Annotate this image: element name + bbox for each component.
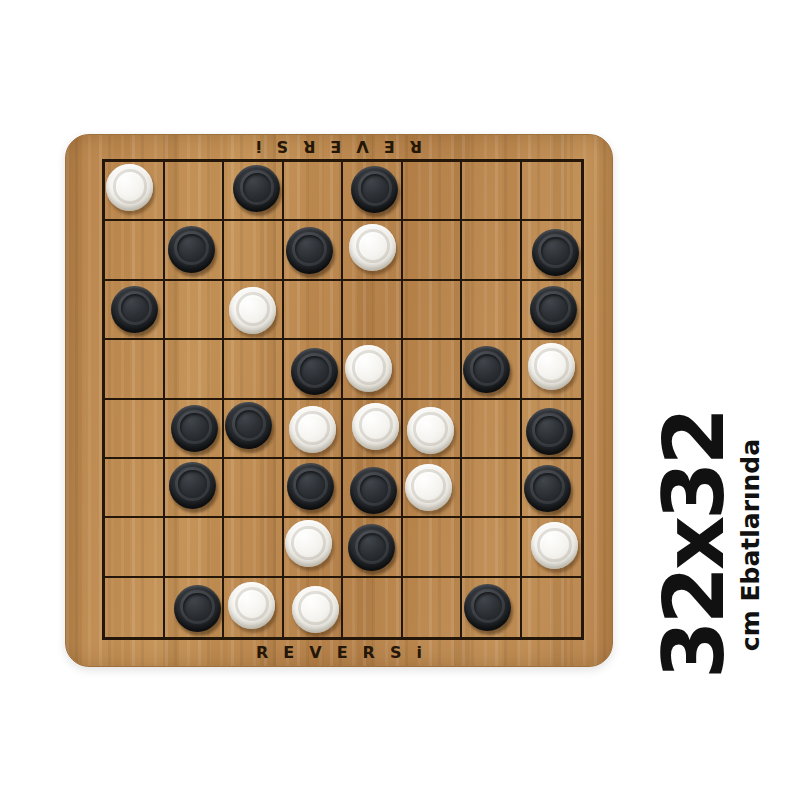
white-piece[interactable]	[285, 520, 332, 567]
board-cell-h8[interactable]	[522, 162, 582, 221]
board-cell-b8[interactable]	[165, 162, 225, 221]
board-cell-f5[interactable]	[403, 340, 463, 399]
board-cell-g4[interactable]	[462, 400, 522, 459]
board-cell-h5[interactable]	[522, 340, 582, 399]
white-piece[interactable]	[292, 586, 339, 633]
board-cell-g6[interactable]	[462, 281, 522, 340]
board-cell-g1[interactable]	[462, 578, 522, 637]
board-cell-d8[interactable]	[284, 162, 344, 221]
size-sublabel: cm Ebatlarında	[736, 439, 765, 651]
board-cell-c7[interactable]	[224, 221, 284, 280]
board-cell-e1[interactable]	[343, 578, 403, 637]
white-piece[interactable]	[407, 407, 454, 454]
board-cell-e5[interactable]	[343, 340, 403, 399]
board-cell-g8[interactable]	[462, 162, 522, 221]
board-cell-d3[interactable]	[284, 459, 344, 518]
size-label: 32x32	[655, 411, 735, 679]
board-cell-b6[interactable]	[165, 281, 225, 340]
board-cell-c1[interactable]	[224, 578, 284, 637]
white-piece[interactable]	[531, 522, 578, 569]
board-cell-c5[interactable]	[224, 340, 284, 399]
black-piece[interactable]	[287, 463, 334, 510]
board-cell-b3[interactable]	[165, 459, 225, 518]
board-cell-f6[interactable]	[403, 281, 463, 340]
board-cell-d4[interactable]	[284, 400, 344, 459]
board-cell-c4[interactable]	[224, 400, 284, 459]
board-cell-e3[interactable]	[343, 459, 403, 518]
white-piece[interactable]	[229, 287, 276, 334]
black-piece[interactable]	[463, 346, 510, 393]
board-cell-b4[interactable]	[165, 400, 225, 459]
board-grid	[102, 159, 584, 640]
black-piece[interactable]	[464, 584, 511, 631]
board-cell-a6[interactable]	[105, 281, 165, 340]
board-cell-a5[interactable]	[105, 340, 165, 399]
board-cell-c3[interactable]	[224, 459, 284, 518]
board-cell-e7[interactable]	[343, 221, 403, 280]
product-photo: REVERSi REVERSi 32x32 cm Ebatlarında	[0, 0, 800, 800]
black-piece[interactable]	[348, 524, 395, 571]
board-cell-b5[interactable]	[165, 340, 225, 399]
board-cell-e6[interactable]	[343, 281, 403, 340]
black-piece[interactable]	[351, 166, 398, 213]
black-piece[interactable]	[530, 286, 577, 333]
black-piece[interactable]	[286, 227, 333, 274]
white-piece[interactable]	[228, 582, 275, 629]
board-cell-f7[interactable]	[403, 221, 463, 280]
black-piece[interactable]	[233, 165, 280, 212]
white-piece[interactable]	[106, 164, 153, 211]
board-cell-b7[interactable]	[165, 221, 225, 280]
board-cell-a7[interactable]	[105, 221, 165, 280]
board-title-top: REVERSi	[66, 137, 612, 156]
white-piece[interactable]	[349, 224, 396, 271]
board-cell-a2[interactable]	[105, 518, 165, 577]
black-piece[interactable]	[169, 462, 216, 509]
board-cell-g7[interactable]	[462, 221, 522, 280]
board-cell-d5[interactable]	[284, 340, 344, 399]
black-piece[interactable]	[171, 405, 218, 452]
board-cell-a1[interactable]	[105, 578, 165, 637]
board-cell-e2[interactable]	[343, 518, 403, 577]
black-piece[interactable]	[526, 408, 573, 455]
black-piece[interactable]	[291, 348, 338, 395]
board-cell-c6[interactable]	[224, 281, 284, 340]
board-cell-b2[interactable]	[165, 518, 225, 577]
board-cell-e8[interactable]	[343, 162, 403, 221]
board-cell-h7[interactable]	[522, 221, 582, 280]
black-piece[interactable]	[111, 286, 158, 333]
board-cell-g5[interactable]	[462, 340, 522, 399]
white-piece[interactable]	[289, 406, 336, 453]
board-cell-h3[interactable]	[522, 459, 582, 518]
board-cell-f1[interactable]	[403, 578, 463, 637]
board-cell-a4[interactable]	[105, 400, 165, 459]
board-cell-f2[interactable]	[403, 518, 463, 577]
board-title-bottom: REVERSi	[66, 643, 612, 662]
board-cell-h4[interactable]	[522, 400, 582, 459]
board-cell-f3[interactable]	[403, 459, 463, 518]
black-piece[interactable]	[174, 585, 221, 632]
board-cell-c8[interactable]	[224, 162, 284, 221]
black-piece[interactable]	[532, 229, 579, 276]
board-cell-g2[interactable]	[462, 518, 522, 577]
board-cell-a8[interactable]	[105, 162, 165, 221]
board-cell-d2[interactable]	[284, 518, 344, 577]
black-piece[interactable]	[350, 467, 397, 514]
board-cell-d6[interactable]	[284, 281, 344, 340]
board-cell-f4[interactable]	[403, 400, 463, 459]
black-piece[interactable]	[168, 226, 215, 273]
board-cell-e4[interactable]	[343, 400, 403, 459]
board-cell-h2[interactable]	[522, 518, 582, 577]
white-piece[interactable]	[345, 345, 392, 392]
board-cell-h1[interactable]	[522, 578, 582, 637]
board-cell-f8[interactable]	[403, 162, 463, 221]
black-piece[interactable]	[225, 402, 272, 449]
reversi-board: REVERSi REVERSi	[65, 134, 613, 667]
board-cell-a3[interactable]	[105, 459, 165, 518]
board-cell-c2[interactable]	[224, 518, 284, 577]
board-cell-h6[interactable]	[522, 281, 582, 340]
board-cell-b1[interactable]	[165, 578, 225, 637]
white-piece[interactable]	[528, 343, 575, 390]
board-cell-d7[interactable]	[284, 221, 344, 280]
board-cell-d1[interactable]	[284, 578, 344, 637]
black-piece[interactable]	[524, 465, 571, 512]
board-cell-g3[interactable]	[462, 459, 522, 518]
white-piece[interactable]	[352, 403, 399, 450]
size-annotation: 32x32 cm Ebatlarında	[656, 410, 764, 680]
white-piece[interactable]	[405, 464, 452, 511]
